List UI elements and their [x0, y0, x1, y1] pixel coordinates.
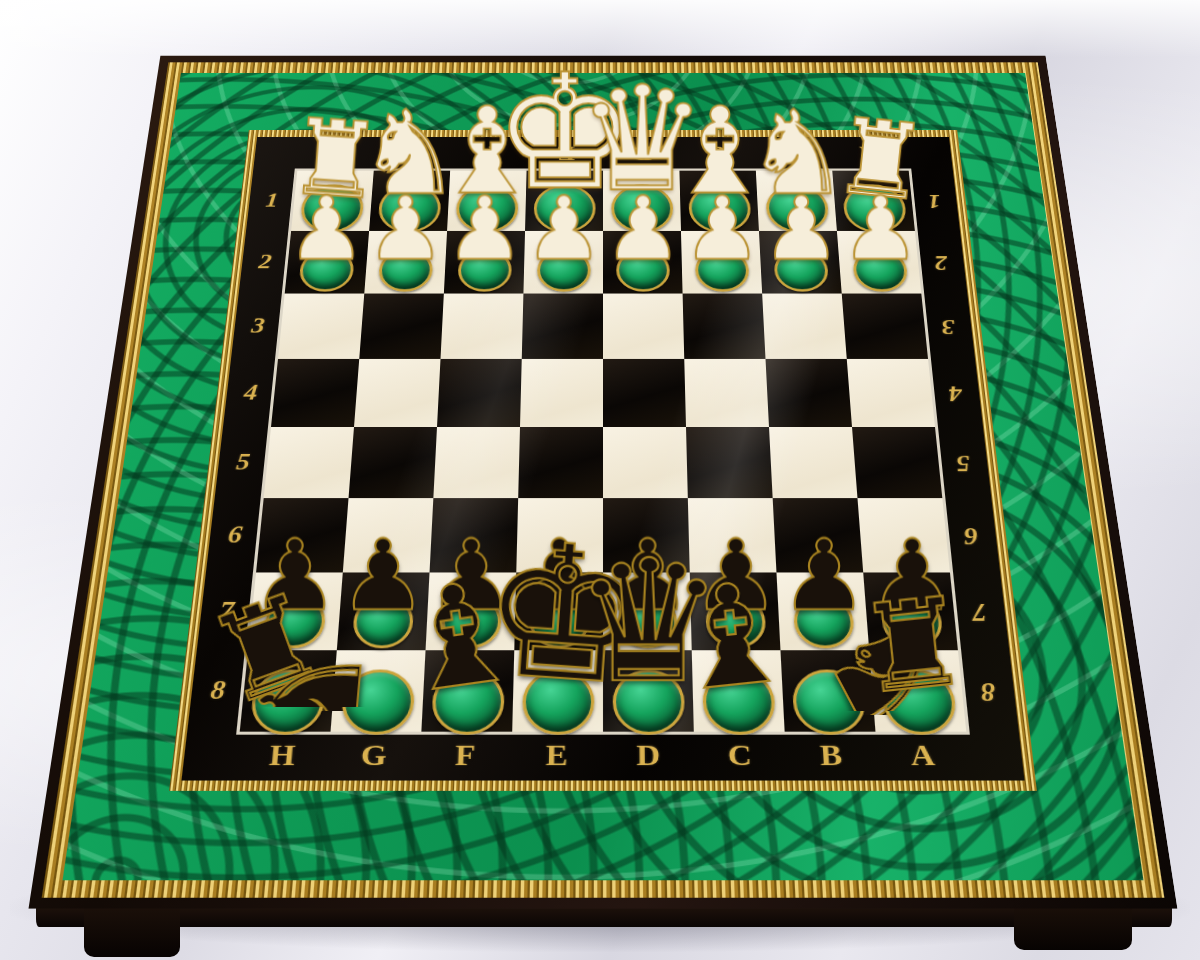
- rank-label-right-2: 2: [917, 250, 965, 274]
- square-d4[interactable]: [603, 359, 686, 427]
- file-label-bottom-f: F: [432, 736, 500, 775]
- square-b1[interactable]: [756, 171, 837, 231]
- file-label-bottom-g: G: [340, 736, 409, 775]
- file-label-top-d: D: [613, 140, 668, 167]
- square-a4[interactable]: [847, 359, 935, 427]
- square-b3[interactable]: [762, 294, 847, 359]
- file-label-bottom-a: A: [888, 736, 958, 775]
- square-a1[interactable]: [832, 171, 915, 231]
- square-e3[interactable]: [522, 294, 603, 359]
- rank-label-left-2: 2: [241, 250, 289, 274]
- square-f2[interactable]: [444, 231, 525, 294]
- file-label-bottom-b: B: [797, 736, 866, 775]
- square-g2[interactable]: [364, 231, 447, 294]
- square-b2[interactable]: [759, 231, 842, 294]
- square-e1[interactable]: [525, 171, 603, 231]
- square-d1[interactable]: [603, 171, 681, 231]
- square-h3[interactable]: [278, 294, 364, 359]
- square-d2[interactable]: [603, 231, 683, 294]
- file-label-top-b: B: [765, 140, 822, 167]
- square-h4[interactable]: [271, 359, 359, 427]
- square-h1[interactable]: [291, 171, 374, 231]
- rank-label-left-3: 3: [233, 313, 282, 338]
- rank-label-left-1: 1: [248, 189, 295, 212]
- chessboard-scene: 1122334455667788HHGGFFEEDDCCBBAA ♜♞♝♚♛♝♞…: [29, 56, 1178, 909]
- file-label-top-e: E: [537, 140, 592, 167]
- square-h2[interactable]: [285, 231, 369, 294]
- square-e4[interactable]: [520, 359, 603, 427]
- file-label-top-a: A: [840, 140, 897, 167]
- square-c3[interactable]: [683, 294, 766, 359]
- rank-label-right-3: 3: [923, 313, 972, 338]
- board-foot-left: [84, 902, 180, 957]
- square-c1[interactable]: [679, 171, 759, 231]
- rank-label-right-1: 1: [911, 189, 958, 212]
- piece-black-rook[interactable]: ♜: [820, 575, 1006, 714]
- square-g3[interactable]: [359, 294, 444, 359]
- file-label-bottom-c: C: [707, 736, 775, 775]
- square-f1[interactable]: [447, 171, 527, 231]
- rank-label-right-4: 4: [930, 379, 980, 405]
- square-a2[interactable]: [837, 231, 921, 294]
- square-e2[interactable]: [523, 231, 603, 294]
- file-label-bottom-e: E: [524, 736, 591, 775]
- square-f3[interactable]: [440, 294, 523, 359]
- file-label-top-f: F: [461, 140, 517, 167]
- rank-label-left-4: 4: [225, 379, 275, 405]
- square-b4[interactable]: [766, 359, 852, 427]
- square-g4[interactable]: [354, 359, 440, 427]
- file-label-top-g: G: [385, 140, 442, 167]
- rank-label-left-5: 5: [217, 449, 269, 476]
- file-label-top-h: H: [308, 140, 365, 167]
- square-c4[interactable]: [684, 359, 769, 427]
- file-label-top-c: C: [689, 140, 745, 167]
- file-label-bottom-d: D: [616, 736, 683, 775]
- file-label-bottom-h: H: [248, 736, 318, 775]
- rank-label-right-5: 5: [937, 449, 989, 476]
- square-g1[interactable]: [369, 171, 450, 231]
- square-f4[interactable]: [437, 359, 522, 427]
- square-a3[interactable]: [842, 294, 928, 359]
- square-c2[interactable]: [681, 231, 762, 294]
- square-d3[interactable]: [603, 294, 684, 359]
